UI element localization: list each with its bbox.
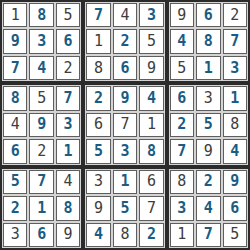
- cell-r3c3[interactable]: 2: [56, 56, 80, 80]
- cell-r6c5[interactable]: 3: [113, 139, 137, 163]
- cell-r7c5[interactable]: 1: [113, 170, 137, 194]
- cell-r5c9[interactable]: 8: [223, 113, 247, 137]
- cell-r2c3[interactable]: 6: [56, 29, 80, 53]
- cell-r3c9[interactable]: 3: [223, 56, 247, 80]
- cell-r5c3[interactable]: 3: [56, 113, 80, 137]
- cell-r1c3[interactable]: 5: [56, 3, 80, 27]
- cell-r5c8[interactable]: 5: [196, 113, 220, 137]
- cell-r2c6[interactable]: 5: [139, 29, 163, 53]
- cell-r9c5[interactable]: 8: [113, 223, 137, 247]
- cell-r7c7[interactable]: 8: [170, 170, 194, 194]
- sudoku-box-1-3: 962487513: [167, 0, 250, 83]
- cell-r4c6[interactable]: 4: [139, 86, 163, 110]
- cell-r9c4[interactable]: 4: [86, 223, 110, 247]
- sudoku-box-1-1: 185936742: [0, 0, 83, 83]
- cell-r4c1[interactable]: 8: [3, 86, 27, 110]
- cell-r5c6[interactable]: 1: [139, 113, 163, 137]
- cell-r9c8[interactable]: 7: [196, 223, 220, 247]
- cell-r7c3[interactable]: 4: [56, 170, 80, 194]
- cell-r3c5[interactable]: 6: [113, 56, 137, 80]
- cell-r4c7[interactable]: 6: [170, 86, 194, 110]
- cell-r1c8[interactable]: 6: [196, 3, 220, 27]
- cell-r6c1[interactable]: 6: [3, 139, 27, 163]
- cell-r2c4[interactable]: 1: [86, 29, 110, 53]
- cell-r5c2[interactable]: 9: [29, 113, 53, 137]
- cell-r5c5[interactable]: 7: [113, 113, 137, 137]
- cell-r2c5[interactable]: 2: [113, 29, 137, 53]
- cell-r8c8[interactable]: 4: [196, 196, 220, 220]
- cell-r6c4[interactable]: 5: [86, 139, 110, 163]
- cell-r7c1[interactable]: 5: [3, 170, 27, 194]
- cell-r6c9[interactable]: 4: [223, 139, 247, 163]
- cell-r4c2[interactable]: 5: [29, 86, 53, 110]
- cell-r1c7[interactable]: 9: [170, 3, 194, 27]
- cell-r6c8[interactable]: 9: [196, 139, 220, 163]
- cell-r1c6[interactable]: 3: [139, 3, 163, 27]
- cell-r3c2[interactable]: 4: [29, 56, 53, 80]
- cell-r3c6[interactable]: 9: [139, 56, 163, 80]
- cell-r4c8[interactable]: 3: [196, 86, 220, 110]
- cell-r2c2[interactable]: 3: [29, 29, 53, 53]
- cell-r8c1[interactable]: 2: [3, 196, 27, 220]
- cell-r3c7[interactable]: 5: [170, 56, 194, 80]
- cell-r1c9[interactable]: 2: [223, 3, 247, 27]
- cell-r1c1[interactable]: 1: [3, 3, 27, 27]
- cell-r8c9[interactable]: 6: [223, 196, 247, 220]
- cell-r4c9[interactable]: 1: [223, 86, 247, 110]
- cell-r7c8[interactable]: 2: [196, 170, 220, 194]
- cell-r9c7[interactable]: 1: [170, 223, 194, 247]
- cell-r1c4[interactable]: 7: [86, 3, 110, 27]
- cell-r2c1[interactable]: 9: [3, 29, 27, 53]
- cell-r9c9[interactable]: 5: [223, 223, 247, 247]
- cell-r7c6[interactable]: 6: [139, 170, 163, 194]
- cell-r6c6[interactable]: 8: [139, 139, 163, 163]
- cell-r6c2[interactable]: 2: [29, 139, 53, 163]
- sudoku-box-3-3: 829346175: [167, 167, 250, 250]
- cell-r7c9[interactable]: 9: [223, 170, 247, 194]
- cell-r2c8[interactable]: 8: [196, 29, 220, 53]
- cell-r8c2[interactable]: 1: [29, 196, 53, 220]
- cell-r7c2[interactable]: 7: [29, 170, 53, 194]
- cell-r6c7[interactable]: 7: [170, 139, 194, 163]
- cell-r8c7[interactable]: 3: [170, 196, 194, 220]
- cell-r3c1[interactable]: 7: [3, 56, 27, 80]
- cell-r5c4[interactable]: 6: [86, 113, 110, 137]
- cell-r9c1[interactable]: 3: [3, 223, 27, 247]
- cell-r9c3[interactable]: 9: [56, 223, 80, 247]
- cell-r4c3[interactable]: 7: [56, 86, 80, 110]
- cell-r2c9[interactable]: 7: [223, 29, 247, 53]
- sudoku-board: 1859367427431258699624875138574936212946…: [0, 0, 250, 250]
- sudoku-box-3-1: 574218369: [0, 167, 83, 250]
- cell-r2c7[interactable]: 4: [170, 29, 194, 53]
- cell-r5c7[interactable]: 2: [170, 113, 194, 137]
- cell-r8c3[interactable]: 8: [56, 196, 80, 220]
- cell-r3c8[interactable]: 1: [196, 56, 220, 80]
- sudoku-box-2-1: 857493621: [0, 83, 83, 166]
- cell-r9c6[interactable]: 2: [139, 223, 163, 247]
- sudoku-box-2-2: 294671538: [83, 83, 166, 166]
- sudoku-box-3-2: 316957482: [83, 167, 166, 250]
- cell-r6c3[interactable]: 1: [56, 139, 80, 163]
- cell-r5c1[interactable]: 4: [3, 113, 27, 137]
- cell-r9c2[interactable]: 6: [29, 223, 53, 247]
- cell-r1c2[interactable]: 8: [29, 3, 53, 27]
- cell-r4c4[interactable]: 2: [86, 86, 110, 110]
- sudoku-box-2-3: 631258794: [167, 83, 250, 166]
- cell-r4c5[interactable]: 9: [113, 86, 137, 110]
- cell-r8c4[interactable]: 9: [86, 196, 110, 220]
- cell-r3c4[interactable]: 8: [86, 56, 110, 80]
- cell-r8c5[interactable]: 5: [113, 196, 137, 220]
- cell-r7c4[interactable]: 3: [86, 170, 110, 194]
- cell-r1c5[interactable]: 4: [113, 3, 137, 27]
- sudoku-box-1-2: 743125869: [83, 0, 166, 83]
- cell-r8c6[interactable]: 7: [139, 196, 163, 220]
